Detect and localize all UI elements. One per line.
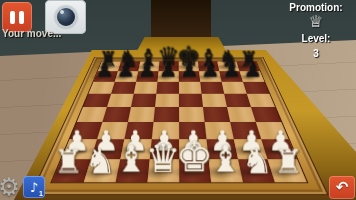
board-squares: ♜♞♝♛♚♝♞♜♟♟♟♟♟♟♟♟♟♟♟♟♟♟♟♟♜♞♝♛♚♝♞♜ [50, 61, 308, 183]
promotion-queen-icon[interactable]: ♕ [279, 14, 353, 29]
chess-board[interactable]: ♜♞♝♛♚♝♞♜♟♟♟♟♟♟♟♟♟♟♟♟♟♟♟♟♜♞♝♛♚♝♞♜ [30, 57, 329, 195]
square-f6[interactable] [200, 82, 224, 94]
music-track-number: 1 [39, 190, 43, 197]
music-button[interactable]: ♪ 1 [23, 176, 45, 198]
square-b5[interactable] [107, 94, 134, 107]
piece-white-rook[interactable]: ♜ [261, 146, 318, 179]
camera-icon [55, 6, 77, 28]
square-e6[interactable] [179, 82, 202, 94]
square-f5[interactable] [202, 94, 227, 107]
square-d6[interactable] [156, 82, 179, 94]
gear-icon: ⚙ [0, 173, 20, 200]
square-b4[interactable] [102, 107, 131, 122]
music-note-icon: ♪ [30, 181, 38, 194]
square-h5[interactable] [247, 94, 275, 107]
undo-button[interactable]: ↶ [329, 176, 355, 199]
square-a5[interactable] [83, 94, 111, 107]
square-d5[interactable] [155, 94, 179, 107]
piece-black-pawn[interactable]: ♟ [234, 60, 272, 80]
level-value: 3 [279, 48, 353, 59]
pause-icon [10, 11, 24, 24]
square-h7[interactable]: ♟ [240, 71, 265, 82]
settings-button[interactable]: ⚙ [0, 174, 22, 200]
square-c4[interactable] [128, 107, 155, 122]
square-d4[interactable] [153, 107, 179, 122]
undo-arrow-icon: ↶ [336, 180, 349, 195]
square-f4[interactable] [203, 107, 230, 122]
square-c5[interactable] [131, 94, 156, 107]
status-text: Your move... [2, 28, 61, 39]
promotion-panel: Promotion: ♕ Level: 3 [279, 2, 353, 59]
level-label: Level: [279, 33, 353, 44]
square-e5[interactable] [179, 94, 203, 107]
square-a6[interactable] [89, 82, 115, 94]
square-h1[interactable]: ♜ [268, 159, 307, 182]
square-h6[interactable] [243, 82, 269, 94]
square-h4[interactable] [251, 107, 281, 122]
square-b6[interactable] [111, 82, 136, 94]
square-g5[interactable] [224, 94, 251, 107]
square-e4[interactable] [179, 107, 205, 122]
square-c6[interactable] [134, 82, 158, 94]
